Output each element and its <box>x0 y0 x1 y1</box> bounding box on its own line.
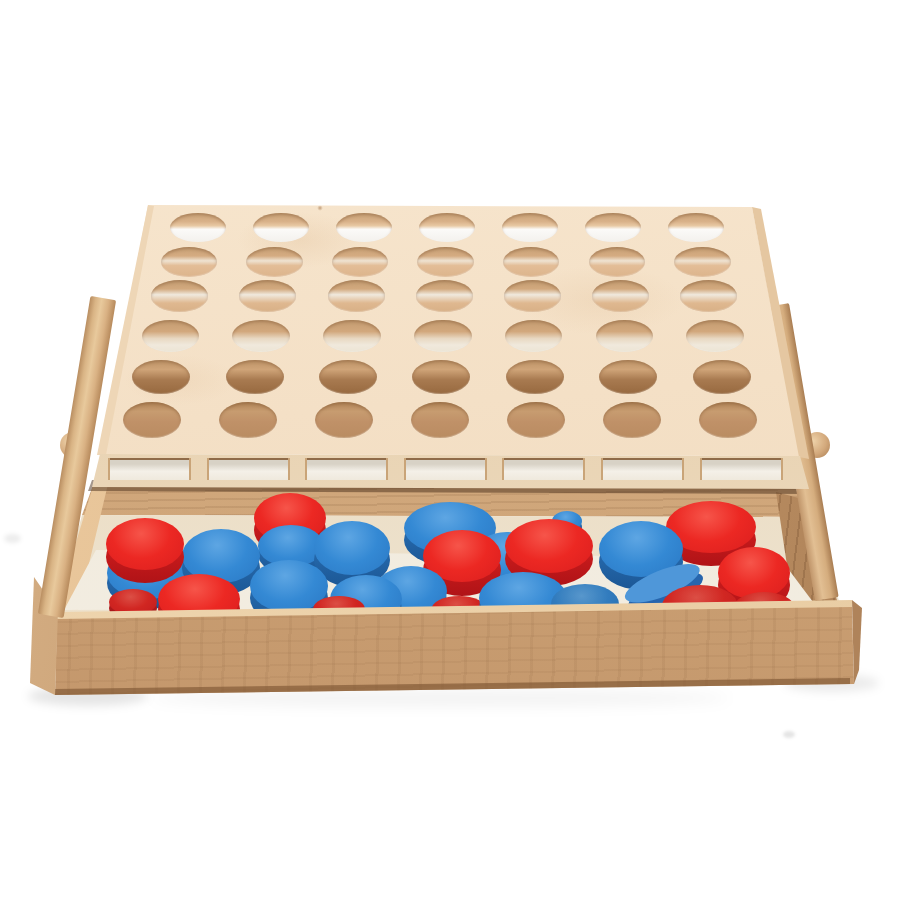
board-front-slot-6 <box>601 458 684 480</box>
board-front-slot-3 <box>305 458 388 480</box>
board-front-slot-4 <box>404 458 487 480</box>
board-front-slot-1 <box>108 458 191 480</box>
board-front-slot-5 <box>502 458 585 480</box>
board-front-slot-7 <box>700 458 783 480</box>
product-photo-connect-four-set <box>0 0 900 900</box>
game-board-column-slots <box>0 0 900 900</box>
board-front-slot-2 <box>207 458 290 480</box>
